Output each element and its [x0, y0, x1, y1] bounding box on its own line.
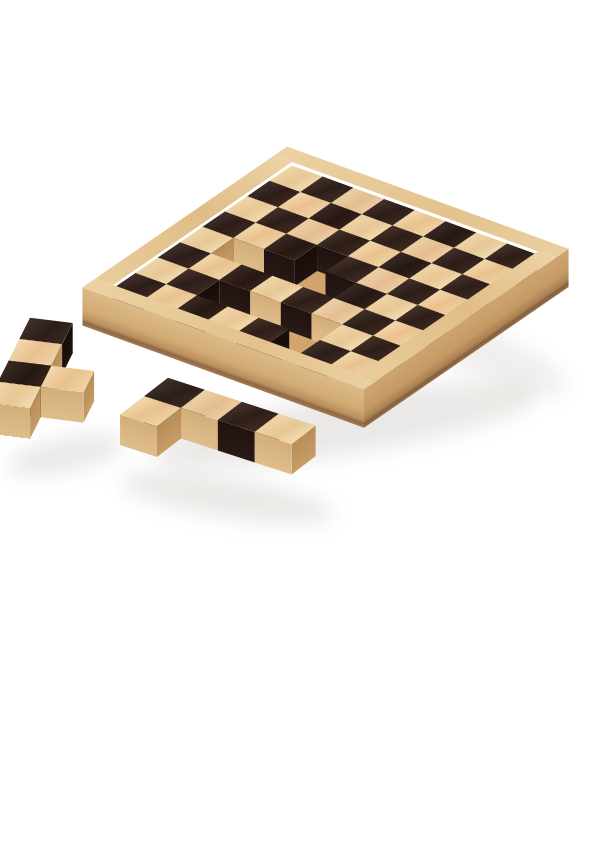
- light-cube[interactable]: [0, 412, 41, 439]
- cube-s-face: [41, 387, 84, 423]
- photo-stage: { "game": { "name": "Chequered chessboar…: [0, 0, 600, 849]
- light-cube[interactable]: [41, 396, 94, 423]
- light-cube[interactable]: [255, 444, 316, 474]
- middle-piece-ground-shadow: [118, 461, 337, 534]
- cube-s-face: [0, 403, 30, 439]
